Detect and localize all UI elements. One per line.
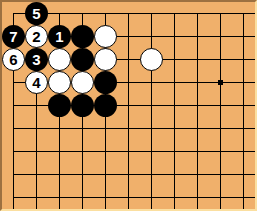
white-stone	[140, 48, 163, 71]
white-stone	[48, 71, 71, 94]
black-stone-move-3: 3	[25, 48, 48, 71]
white-stone	[71, 71, 94, 94]
black-stone	[48, 94, 71, 117]
black-stone-move-5: 5	[25, 2, 48, 25]
white-stone-move-4: 4	[25, 71, 48, 94]
white-stone	[48, 48, 71, 71]
white-stone	[94, 48, 117, 71]
white-stone-move-6: 6	[2, 48, 25, 71]
black-stone	[94, 94, 117, 117]
board-grid: 5721634	[2, 2, 255, 209]
black-stone	[94, 71, 117, 94]
black-stone	[71, 48, 94, 71]
black-stone-move-7: 7	[2, 25, 25, 48]
white-stone-move-2: 2	[25, 25, 48, 48]
black-stone-move-1: 1	[48, 25, 71, 48]
star-point	[218, 80, 223, 85]
go-board-diagram: 5721634	[0, 0, 257, 211]
white-stone	[94, 25, 117, 48]
black-stone	[71, 94, 94, 117]
black-stone	[71, 25, 94, 48]
